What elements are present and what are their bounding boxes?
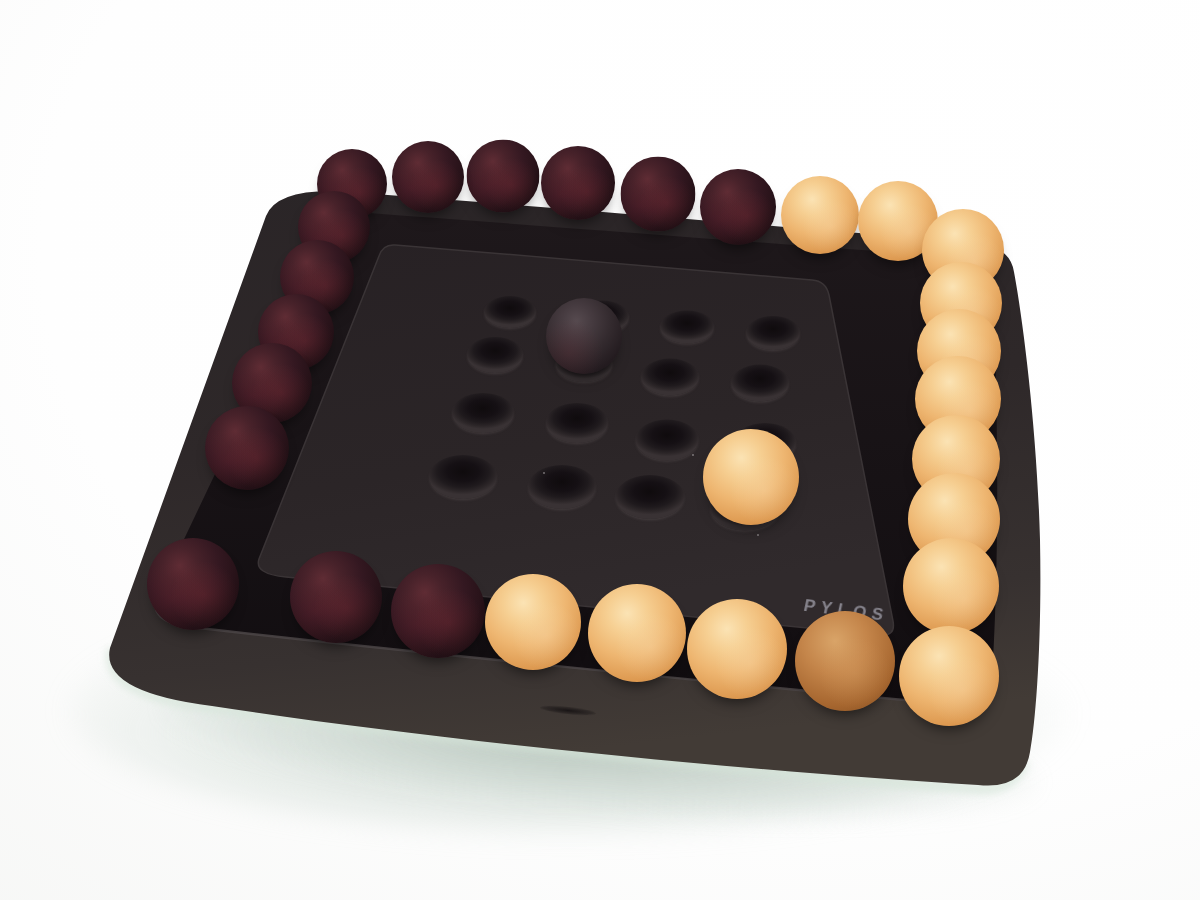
gutter-ball-17-white[interactable]	[687, 599, 787, 699]
hollow-r4c2[interactable]	[528, 465, 596, 509]
dust-speck	[692, 454, 694, 456]
board-ball-white-r4c4[interactable]	[703, 429, 799, 525]
gutter-ball-15-white[interactable]	[899, 626, 999, 726]
dust-speck	[757, 534, 759, 536]
gutter-ball-20-black[interactable]	[391, 564, 485, 658]
hollow-r4c1[interactable]	[429, 455, 497, 499]
hollow-r2c3[interactable]	[641, 359, 699, 396]
hollow-r1c4[interactable]	[746, 316, 800, 350]
gutter-ball-16-brown[interactable]	[795, 611, 895, 711]
hollow-r3c3[interactable]	[636, 420, 699, 461]
hollow-r2c1[interactable]	[467, 337, 523, 373]
gutter-ball-25-black[interactable]	[205, 406, 289, 490]
hollow-r3c2[interactable]	[546, 403, 608, 443]
gutter-ball-6-white[interactable]	[781, 176, 859, 254]
gutter-ball-14-white[interactable]	[903, 538, 999, 634]
photo-stage: PYLOS	[0, 0, 1200, 900]
tray	[0, 0, 1200, 900]
gutter-ball-21-black[interactable]	[290, 551, 382, 643]
hollow-r1c1[interactable]	[484, 296, 536, 328]
gutter-ball-2-black[interactable]	[467, 140, 540, 213]
dust-speck	[543, 472, 545, 474]
board-ball-black-r2c2[interactable]	[546, 298, 622, 374]
gutter-ball-4-black[interactable]	[621, 157, 696, 232]
hollow-r2c4[interactable]	[731, 365, 789, 402]
hollow-r4c3[interactable]	[616, 475, 685, 519]
gutter-ball-18-white[interactable]	[588, 584, 686, 682]
gutter-ball-23-black[interactable]	[147, 538, 239, 630]
gutter-ball-3-black[interactable]	[541, 146, 615, 220]
hollow-r1c3[interactable]	[660, 311, 714, 344]
gutter-ball-19-white[interactable]	[485, 574, 581, 670]
gutter-ball-5-black[interactable]	[700, 169, 776, 245]
gutter-ball-1-black[interactable]	[392, 141, 464, 213]
hollow-r3c1[interactable]	[452, 393, 514, 433]
